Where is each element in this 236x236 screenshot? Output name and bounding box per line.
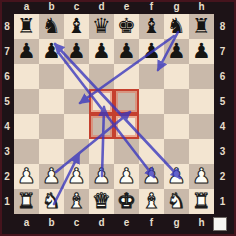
square-b2[interactable]: ♟ — [39, 164, 64, 189]
square-c7[interactable]: ♟ — [64, 39, 89, 64]
rank-label-5: 5 — [0, 89, 14, 114]
piece-black-knight: ♞ — [167, 14, 186, 39]
file-label-g: g — [164, 0, 189, 14]
piece-white-pawn: ♟ — [67, 164, 86, 189]
square-g5[interactable] — [164, 89, 189, 114]
square-a3[interactable] — [14, 139, 39, 164]
square-c5[interactable] — [64, 89, 89, 114]
piece-white-rook: ♜ — [192, 189, 211, 214]
square-e6[interactable] — [114, 64, 139, 89]
piece-white-pawn: ♟ — [167, 164, 186, 189]
file-label-f: f — [139, 0, 164, 14]
file-labels-top: abcdefgh — [14, 0, 214, 14]
rank-label-2: 2 — [0, 164, 14, 189]
square-h6[interactable] — [189, 64, 214, 89]
piece-black-pawn: ♟ — [192, 39, 211, 64]
square-h4[interactable] — [189, 114, 214, 139]
square-b8[interactable]: ♞ — [39, 14, 64, 39]
rank-label-3: 3 — [0, 139, 14, 164]
piece-black-rook: ♜ — [192, 14, 211, 39]
white-to-move-indicator — [213, 217, 227, 231]
piece-white-pawn: ♟ — [92, 164, 111, 189]
square-h8[interactable]: ♜ — [189, 14, 214, 39]
square-f2[interactable]: ♟ — [139, 164, 164, 189]
piece-white-rook: ♜ — [17, 189, 36, 214]
file-label-c: c — [64, 216, 89, 230]
file-label-b: b — [39, 0, 64, 14]
board: ♜♞♝♛♚♝♞♜♟♟♟♟♟♟♟♟♟♟♟♟♟♟♟♟♜♞♝♛♚♝♞♜ — [14, 14, 214, 214]
square-b1[interactable]: ♞ — [39, 189, 64, 214]
square-a7[interactable]: ♟ — [14, 39, 39, 64]
square-f1[interactable]: ♝ — [139, 189, 164, 214]
file-label-e: e — [114, 0, 139, 14]
piece-black-pawn: ♟ — [142, 39, 161, 64]
square-e2[interactable]: ♟ — [114, 164, 139, 189]
piece-white-king: ♚ — [117, 189, 136, 214]
square-h3[interactable] — [189, 139, 214, 164]
piece-white-pawn: ♟ — [17, 164, 36, 189]
square-e5[interactable] — [114, 89, 139, 114]
square-b6[interactable] — [39, 64, 64, 89]
piece-black-pawn: ♟ — [42, 39, 61, 64]
rank-label-5: 5 — [214, 89, 231, 114]
piece-white-queen: ♛ — [92, 189, 111, 214]
file-labels-bottom: abcdefgh — [14, 216, 214, 230]
square-a1[interactable]: ♜ — [14, 189, 39, 214]
square-g7[interactable]: ♟ — [164, 39, 189, 64]
square-a8[interactable]: ♜ — [14, 14, 39, 39]
rank-label-8: 8 — [0, 14, 14, 39]
rank-label-1: 1 — [0, 189, 14, 214]
piece-black-pawn: ♟ — [67, 39, 86, 64]
square-b3[interactable] — [39, 139, 64, 164]
file-label-d: d — [89, 0, 114, 14]
rank-label-6: 6 — [0, 64, 14, 89]
rank-label-7: 7 — [214, 39, 231, 64]
square-d5[interactable] — [89, 89, 114, 114]
square-a4[interactable] — [14, 114, 39, 139]
file-label-f: f — [139, 216, 164, 230]
square-d6[interactable] — [89, 64, 114, 89]
file-label-d: d — [89, 216, 114, 230]
square-f8[interactable]: ♝ — [139, 14, 164, 39]
piece-black-bishop: ♝ — [67, 14, 86, 39]
piece-white-pawn: ♟ — [117, 164, 136, 189]
rank-label-6: 6 — [214, 64, 231, 89]
square-b5[interactable] — [39, 89, 64, 114]
square-f3[interactable] — [139, 139, 164, 164]
piece-black-rook: ♜ — [17, 14, 36, 39]
square-e7[interactable]: ♟ — [114, 39, 139, 64]
square-e1[interactable]: ♚ — [114, 189, 139, 214]
square-g1[interactable]: ♞ — [164, 189, 189, 214]
file-label-e: e — [114, 216, 139, 230]
square-e8[interactable]: ♚ — [114, 14, 139, 39]
file-label-a: a — [14, 0, 39, 14]
piece-white-knight: ♞ — [42, 189, 61, 214]
rank-labels-right: 87654321 — [214, 14, 231, 214]
square-f7[interactable]: ♟ — [139, 39, 164, 64]
square-e3[interactable] — [114, 139, 139, 164]
piece-white-pawn: ♟ — [142, 164, 161, 189]
square-g8[interactable]: ♞ — [164, 14, 189, 39]
square-h2[interactable]: ♟ — [189, 164, 214, 189]
file-label-c: c — [64, 0, 89, 14]
square-c3[interactable] — [64, 139, 89, 164]
square-d3[interactable] — [89, 139, 114, 164]
square-c8[interactable]: ♝ — [64, 14, 89, 39]
rank-label-1: 1 — [214, 189, 231, 214]
rank-labels-left: 87654321 — [0, 14, 14, 214]
piece-black-pawn: ♟ — [17, 39, 36, 64]
rank-label-4: 4 — [214, 114, 231, 139]
square-h7[interactable]: ♟ — [189, 39, 214, 64]
square-f4[interactable] — [139, 114, 164, 139]
square-d8[interactable]: ♛ — [89, 14, 114, 39]
rank-label-2: 2 — [214, 164, 231, 189]
square-g3[interactable] — [164, 139, 189, 164]
square-f5[interactable] — [139, 89, 164, 114]
square-h5[interactable] — [189, 89, 214, 114]
file-label-b: b — [39, 216, 64, 230]
square-b4[interactable] — [39, 114, 64, 139]
square-e4[interactable] — [114, 114, 139, 139]
rank-label-4: 4 — [0, 114, 14, 139]
square-a2[interactable]: ♟ — [14, 164, 39, 189]
square-a6[interactable] — [14, 64, 39, 89]
rank-label-7: 7 — [0, 39, 14, 64]
square-g2[interactable]: ♟ — [164, 164, 189, 189]
square-c4[interactable] — [64, 114, 89, 139]
rank-label-3: 3 — [214, 139, 231, 164]
piece-black-pawn: ♟ — [117, 39, 136, 64]
square-d2[interactable]: ♟ — [89, 164, 114, 189]
piece-white-bishop: ♝ — [67, 189, 86, 214]
square-g4[interactable] — [164, 114, 189, 139]
square-c6[interactable] — [64, 64, 89, 89]
piece-black-knight: ♞ — [42, 14, 61, 39]
piece-white-pawn: ♟ — [42, 164, 61, 189]
square-b7[interactable]: ♟ — [39, 39, 64, 64]
square-d7[interactable]: ♟ — [89, 39, 114, 64]
piece-black-pawn: ♟ — [167, 39, 186, 64]
piece-black-pawn: ♟ — [92, 39, 111, 64]
square-h1[interactable]: ♜ — [189, 189, 214, 214]
piece-white-pawn: ♟ — [192, 164, 211, 189]
square-a5[interactable] — [14, 89, 39, 114]
square-f6[interactable] — [139, 64, 164, 89]
file-label-h: h — [189, 0, 214, 14]
rank-label-8: 8 — [214, 14, 231, 39]
piece-white-bishop: ♝ — [142, 189, 161, 214]
square-g6[interactable] — [164, 64, 189, 89]
square-d1[interactable]: ♛ — [89, 189, 114, 214]
piece-black-bishop: ♝ — [142, 14, 161, 39]
square-c2[interactable]: ♟ — [64, 164, 89, 189]
chess-diagram: abcdefgh abcdefgh 87654321 87654321 ♜♞♝♛… — [0, 0, 236, 236]
piece-black-queen: ♛ — [92, 14, 111, 39]
square-d4[interactable] — [89, 114, 114, 139]
square-c1[interactable]: ♝ — [64, 189, 89, 214]
piece-black-king: ♚ — [117, 14, 136, 39]
file-label-g: g — [164, 216, 189, 230]
file-label-a: a — [14, 216, 39, 230]
file-label-h: h — [189, 216, 214, 230]
piece-white-knight: ♞ — [167, 189, 186, 214]
